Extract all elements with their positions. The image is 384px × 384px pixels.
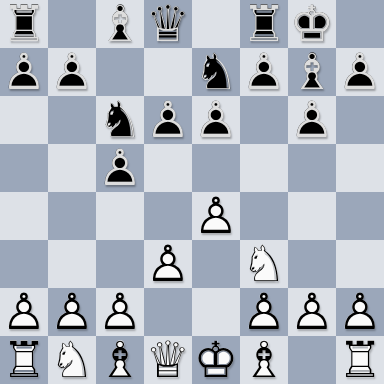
piece-fill-glyph: ♚ [192,336,240,384]
piece-outline-glyph: ♙ [288,96,336,144]
square-g3[interactable] [288,240,336,288]
piece-fill-glyph: ♜ [336,336,384,384]
square-e3[interactable] [192,240,240,288]
square-e8[interactable] [192,0,240,48]
piece-fill-glyph: ♞ [96,96,144,144]
piece-outline-glyph: ♘ [96,96,144,144]
piece-outline-glyph: ♔ [288,0,336,48]
piece-fill-glyph: ♞ [240,240,288,288]
white-pawn-piece[interactable]: ♟♙ [96,288,144,336]
black-queen-piece[interactable]: ♛♕ [144,0,192,48]
piece-fill-glyph: ♟ [240,288,288,336]
white-bishop-piece[interactable]: ♝♗ [96,336,144,384]
square-a2[interactable]: ♟♙ [0,288,48,336]
piece-fill-glyph: ♜ [0,336,48,384]
white-pawn-piece[interactable]: ♟♙ [288,288,336,336]
piece-outline-glyph: ♘ [192,48,240,96]
square-b4[interactable] [48,192,96,240]
square-g5[interactable] [288,144,336,192]
black-bishop-piece[interactable]: ♝♗ [96,0,144,48]
square-e6[interactable]: ♟♙ [192,96,240,144]
square-e2[interactable] [192,288,240,336]
square-a6[interactable] [0,96,48,144]
square-c8[interactable]: ♝♗ [96,0,144,48]
piece-fill-glyph: ♞ [192,48,240,96]
square-f4[interactable] [240,192,288,240]
square-b1[interactable]: ♞♘ [48,336,96,384]
piece-outline-glyph: ♙ [192,192,240,240]
square-g2[interactable]: ♟♙ [288,288,336,336]
white-rook-piece[interactable]: ♜♖ [336,336,384,384]
piece-fill-glyph: ♟ [144,96,192,144]
black-pawn-piece[interactable]: ♟♙ [0,48,48,96]
white-bishop-piece[interactable]: ♝♗ [240,336,288,384]
square-d5[interactable] [144,144,192,192]
piece-outline-glyph: ♘ [48,336,96,384]
white-pawn-piece[interactable]: ♟♙ [0,288,48,336]
piece-outline-glyph: ♙ [48,288,96,336]
piece-outline-glyph: ♖ [0,0,48,48]
square-h7[interactable]: ♟♙ [336,48,384,96]
piece-fill-glyph: ♟ [144,240,192,288]
piece-fill-glyph: ♟ [48,288,96,336]
piece-outline-glyph: ♙ [240,48,288,96]
square-h5[interactable] [336,144,384,192]
white-pawn-piece[interactable]: ♟♙ [144,240,192,288]
piece-fill-glyph: ♝ [288,48,336,96]
square-h2[interactable]: ♟♙ [336,288,384,336]
piece-fill-glyph: ♟ [288,288,336,336]
square-h1[interactable]: ♜♖ [336,336,384,384]
piece-fill-glyph: ♜ [240,0,288,48]
black-rook-piece[interactable]: ♜♖ [0,0,48,48]
piece-fill-glyph: ♟ [48,48,96,96]
square-c7[interactable] [96,48,144,96]
square-d4[interactable] [144,192,192,240]
white-queen-piece[interactable]: ♛♕ [144,336,192,384]
piece-outline-glyph: ♗ [288,48,336,96]
square-d8[interactable]: ♛♕ [144,0,192,48]
square-f3[interactable]: ♞♘ [240,240,288,288]
piece-outline-glyph: ♙ [336,48,384,96]
white-pawn-piece[interactable]: ♟♙ [240,288,288,336]
square-c5[interactable]: ♟♙ [96,144,144,192]
piece-fill-glyph: ♟ [96,288,144,336]
square-e7[interactable]: ♞♘ [192,48,240,96]
piece-outline-glyph: ♙ [288,288,336,336]
black-bishop-piece[interactable]: ♝♗ [288,48,336,96]
piece-fill-glyph: ♚ [288,0,336,48]
square-c2[interactable]: ♟♙ [96,288,144,336]
piece-outline-glyph: ♙ [96,144,144,192]
square-c1[interactable]: ♝♗ [96,336,144,384]
square-f5[interactable] [240,144,288,192]
square-e1[interactable]: ♚♔ [192,336,240,384]
square-g6[interactable]: ♟♙ [288,96,336,144]
black-pawn-piece[interactable]: ♟♙ [48,48,96,96]
square-b6[interactable] [48,96,96,144]
white-pawn-piece[interactable]: ♟♙ [48,288,96,336]
piece-outline-glyph: ♙ [240,288,288,336]
white-rook-piece[interactable]: ♜♖ [0,336,48,384]
piece-outline-glyph: ♙ [192,96,240,144]
square-g1[interactable] [288,336,336,384]
piece-outline-glyph: ♙ [48,48,96,96]
white-pawn-piece[interactable]: ♟♙ [336,288,384,336]
square-g7[interactable]: ♝♗ [288,48,336,96]
piece-outline-glyph: ♙ [144,96,192,144]
square-b2[interactable]: ♟♙ [48,288,96,336]
square-a4[interactable] [0,192,48,240]
white-pawn-piece[interactable]: ♟♙ [192,192,240,240]
black-rook-piece[interactable]: ♜♖ [240,0,288,48]
square-h4[interactable] [336,192,384,240]
square-a1[interactable]: ♜♖ [0,336,48,384]
square-f2[interactable]: ♟♙ [240,288,288,336]
square-c4[interactable] [96,192,144,240]
square-h3[interactable] [336,240,384,288]
square-f8[interactable]: ♜♖ [240,0,288,48]
square-d7[interactable] [144,48,192,96]
black-pawn-piece[interactable]: ♟♙ [192,96,240,144]
piece-fill-glyph: ♜ [0,0,48,48]
piece-fill-glyph: ♟ [192,192,240,240]
square-h6[interactable] [336,96,384,144]
black-pawn-piece[interactable]: ♟♙ [240,48,288,96]
square-h8[interactable] [336,0,384,48]
square-a8[interactable]: ♜♖ [0,0,48,48]
piece-outline-glyph: ♙ [144,240,192,288]
piece-outline-glyph: ♕ [144,0,192,48]
piece-fill-glyph: ♟ [192,96,240,144]
square-f1[interactable]: ♝♗ [240,336,288,384]
piece-fill-glyph: ♝ [240,336,288,384]
piece-fill-glyph: ♟ [288,96,336,144]
square-b3[interactable] [48,240,96,288]
piece-fill-glyph: ♟ [336,288,384,336]
white-knight-piece[interactable]: ♞♘ [48,336,96,384]
piece-outline-glyph: ♖ [240,0,288,48]
square-d2[interactable] [144,288,192,336]
square-a5[interactable] [0,144,48,192]
square-d6[interactable]: ♟♙ [144,96,192,144]
piece-fill-glyph: ♝ [96,0,144,48]
black-pawn-piece[interactable]: ♟♙ [336,48,384,96]
square-c3[interactable] [96,240,144,288]
piece-outline-glyph: ♖ [0,336,48,384]
square-b8[interactable] [48,0,96,48]
square-c6[interactable]: ♞♘ [96,96,144,144]
piece-outline-glyph: ♗ [240,336,288,384]
square-e4[interactable]: ♟♙ [192,192,240,240]
piece-fill-glyph: ♟ [96,144,144,192]
square-a7[interactable]: ♟♙ [0,48,48,96]
square-f6[interactable] [240,96,288,144]
black-knight-piece[interactable]: ♞♘ [96,96,144,144]
square-a3[interactable] [0,240,48,288]
piece-fill-glyph: ♝ [96,336,144,384]
piece-outline-glyph: ♔ [192,336,240,384]
piece-outline-glyph: ♙ [96,288,144,336]
piece-outline-glyph: ♗ [96,0,144,48]
black-pawn-piece[interactable]: ♟♙ [96,144,144,192]
piece-outline-glyph: ♙ [0,288,48,336]
piece-fill-glyph: ♟ [240,48,288,96]
square-f7[interactable]: ♟♙ [240,48,288,96]
piece-fill-glyph: ♞ [48,336,96,384]
black-king-piece[interactable]: ♚♔ [288,0,336,48]
piece-outline-glyph: ♗ [96,336,144,384]
piece-fill-glyph: ♟ [336,48,384,96]
piece-outline-glyph: ♕ [144,336,192,384]
black-pawn-piece[interactable]: ♟♙ [288,96,336,144]
white-knight-piece[interactable]: ♞♘ [240,240,288,288]
piece-fill-glyph: ♟ [0,288,48,336]
square-g4[interactable] [288,192,336,240]
piece-fill-glyph: ♛ [144,0,192,48]
square-e5[interactable] [192,144,240,192]
piece-fill-glyph: ♛ [144,336,192,384]
piece-outline-glyph: ♘ [240,240,288,288]
piece-outline-glyph: ♖ [336,336,384,384]
square-g8[interactable]: ♚♔ [288,0,336,48]
black-pawn-piece[interactable]: ♟♙ [144,96,192,144]
chess-board: ♜♖♝♗♛♕♜♖♚♔♟♙♟♙♞♘♟♙♝♗♟♙♞♘♟♙♟♙♟♙♟♙♟♙♟♙♞♘♟♙… [0,0,384,384]
piece-fill-glyph: ♟ [0,48,48,96]
square-b5[interactable] [48,144,96,192]
white-king-piece[interactable]: ♚♔ [192,336,240,384]
black-knight-piece[interactable]: ♞♘ [192,48,240,96]
square-b7[interactable]: ♟♙ [48,48,96,96]
piece-outline-glyph: ♙ [336,288,384,336]
square-d1[interactable]: ♛♕ [144,336,192,384]
square-d3[interactable]: ♟♙ [144,240,192,288]
piece-outline-glyph: ♙ [0,48,48,96]
